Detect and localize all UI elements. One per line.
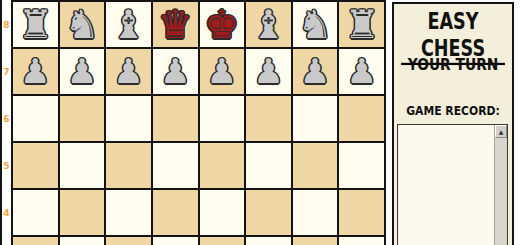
record-scrollbar[interactable]: ▲ [494, 125, 507, 245]
square-d5[interactable] [153, 143, 198, 188]
side-panel: EASY CHESS YOUR TURN GAME RECORD: ▲ [392, 2, 514, 245]
square-e5[interactable] [200, 143, 245, 188]
game-record-list [398, 125, 494, 245]
square-f3[interactable] [246, 237, 291, 245]
square-b3[interactable] [60, 237, 105, 245]
square-d3[interactable] [153, 237, 198, 245]
square-d8[interactable]: ♛ [153, 2, 198, 47]
rank-label-8: 8 [2, 1, 11, 48]
black-pawn-piece[interactable]: ♟ [253, 49, 283, 94]
square-a5[interactable] [13, 143, 58, 188]
black-king-piece[interactable]: ♚ [204, 2, 239, 47]
square-h3[interactable] [339, 237, 384, 245]
square-a3[interactable] [13, 237, 58, 245]
black-pawn-piece[interactable]: ♟ [207, 49, 237, 94]
rank-label-6: 6 [2, 95, 11, 142]
scroll-up-button[interactable]: ▲ [495, 125, 507, 138]
square-h4[interactable] [339, 190, 384, 235]
rank-label-4: 4 [2, 189, 11, 236]
square-g3[interactable] [293, 237, 338, 245]
square-d6[interactable] [153, 96, 198, 141]
game-record-label: GAME RECORD: [400, 104, 506, 119]
square-g6[interactable] [293, 96, 338, 141]
square-d7[interactable]: ♟ [153, 49, 198, 94]
rank-label-7: 7 [2, 48, 11, 95]
square-c7[interactable]: ♟ [106, 49, 151, 94]
square-c3[interactable] [106, 237, 151, 245]
board-grid[interactable]: ♜♞♝♛♚♝♞♜♟♟♟♟♟♟♟♟ [11, 0, 386, 245]
square-f8[interactable]: ♝ [246, 2, 291, 47]
square-e4[interactable] [200, 190, 245, 235]
black-rook-piece[interactable]: ♜ [344, 2, 379, 47]
square-b8[interactable]: ♞ [60, 2, 105, 47]
black-knight-piece[interactable]: ♞ [298, 2, 333, 47]
game-record-box: ▲ [397, 124, 508, 245]
square-g7[interactable]: ♟ [293, 49, 338, 94]
turn-indicator: YOUR TURN [399, 55, 508, 75]
black-knight-piece[interactable]: ♞ [64, 2, 99, 47]
square-b7[interactable]: ♟ [60, 49, 105, 94]
square-b6[interactable] [60, 96, 105, 141]
black-pawn-piece[interactable]: ♟ [67, 49, 97, 94]
up-arrow-icon: ▲ [499, 128, 504, 135]
square-a8[interactable]: ♜ [13, 2, 58, 47]
square-g5[interactable] [293, 143, 338, 188]
square-f4[interactable] [246, 190, 291, 235]
black-rook-piece[interactable]: ♜ [18, 2, 53, 47]
black-pawn-piece[interactable]: ♟ [346, 49, 376, 94]
square-c4[interactable] [106, 190, 151, 235]
square-a7[interactable]: ♟ [13, 49, 58, 94]
scroll-track[interactable] [495, 138, 507, 245]
black-bishop-piece[interactable]: ♝ [111, 2, 146, 47]
square-e6[interactable] [200, 96, 245, 141]
square-f6[interactable] [246, 96, 291, 141]
square-f5[interactable] [246, 143, 291, 188]
black-pawn-piece[interactable]: ♟ [300, 49, 330, 94]
square-d4[interactable] [153, 190, 198, 235]
square-a6[interactable] [13, 96, 58, 141]
square-c5[interactable] [106, 143, 151, 188]
square-e8[interactable]: ♚ [200, 2, 245, 47]
square-b4[interactable] [60, 190, 105, 235]
square-a4[interactable] [13, 190, 58, 235]
rank-label-5: 5 [2, 142, 11, 189]
black-pawn-piece[interactable]: ♟ [160, 49, 190, 94]
black-queen-piece[interactable]: ♛ [158, 2, 193, 47]
square-c8[interactable]: ♝ [106, 2, 151, 47]
square-b5[interactable] [60, 143, 105, 188]
chess-board: 87654 ♜♞♝♛♚♝♞♜♟♟♟♟♟♟♟♟ [0, 0, 386, 245]
square-g8[interactable]: ♞ [293, 2, 338, 47]
black-pawn-piece[interactable]: ♟ [113, 49, 143, 94]
square-h7[interactable]: ♟ [339, 49, 384, 94]
rank-coordinate-gutter: 87654 [2, 0, 11, 245]
square-h6[interactable] [339, 96, 384, 141]
black-bishop-piece[interactable]: ♝ [251, 2, 286, 47]
square-f7[interactable]: ♟ [246, 49, 291, 94]
square-c6[interactable] [106, 96, 151, 141]
square-g4[interactable] [293, 190, 338, 235]
square-h5[interactable] [339, 143, 384, 188]
black-pawn-piece[interactable]: ♟ [20, 49, 50, 94]
square-e3[interactable] [200, 237, 245, 245]
square-e7[interactable]: ♟ [200, 49, 245, 94]
square-h8[interactable]: ♜ [339, 2, 384, 47]
easy-chess-app: 87654 ♜♞♝♛♚♝♞♜♟♟♟♟♟♟♟♟ EASY CHESS YOUR T… [0, 0, 520, 245]
